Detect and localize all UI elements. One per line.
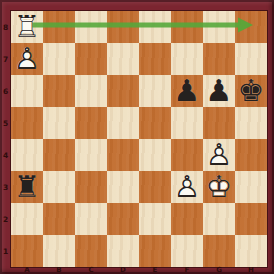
file-label-c: C: [75, 266, 107, 274]
file-label-g: G: [203, 266, 235, 274]
file-label-a: A: [11, 266, 43, 274]
rank-label-6: 6: [0, 75, 11, 107]
rank-label-8: 8: [0, 11, 11, 43]
file-label-e: E: [139, 266, 171, 274]
piece-outline: ♖: [11, 11, 43, 43]
black-king[interactable]: ♚: [235, 75, 267, 107]
file-label-b: B: [43, 266, 75, 274]
black-pawn[interactable]: ♟: [203, 75, 235, 107]
black-pawn[interactable]: ♟: [171, 75, 203, 107]
piece-glyph: ♚: [235, 75, 267, 107]
white-king[interactable]: ♚♔: [203, 171, 235, 203]
white-rook[interactable]: ♜♖: [11, 11, 43, 43]
chess-board-frame: ♜♖♟♙♟♟♚♟♙♟♙♚♔♜ 87654321ABCDEFGH: [0, 0, 274, 274]
rank-label-5: 5: [0, 107, 11, 139]
white-pawn[interactable]: ♟♙: [11, 43, 43, 75]
rank-label-2: 2: [0, 203, 11, 235]
file-label-f: F: [171, 266, 203, 274]
piece-glyph: ♜: [11, 171, 43, 203]
chess-board: ♜♖♟♙♟♟♚♟♙♟♙♚♔♜: [11, 11, 267, 267]
white-pawn[interactable]: ♟♙: [171, 171, 203, 203]
rank-label-1: 1: [0, 235, 11, 267]
pieces-layer: ♜♖♟♙♟♟♚♟♙♟♙♚♔♜: [11, 11, 267, 267]
piece-outline: ♔: [203, 171, 235, 203]
piece-glyph: ♟: [171, 75, 203, 107]
rank-label-7: 7: [0, 43, 11, 75]
black-rook[interactable]: ♜: [11, 171, 43, 203]
white-pawn[interactable]: ♟♙: [203, 139, 235, 171]
piece-outline: ♙: [11, 43, 43, 75]
file-label-h: H: [235, 266, 267, 274]
piece-outline: ♙: [171, 171, 203, 203]
piece-outline: ♙: [203, 139, 235, 171]
file-label-d: D: [107, 266, 139, 274]
piece-glyph: ♟: [203, 75, 235, 107]
rank-label-3: 3: [0, 171, 11, 203]
rank-label-4: 4: [0, 139, 11, 171]
